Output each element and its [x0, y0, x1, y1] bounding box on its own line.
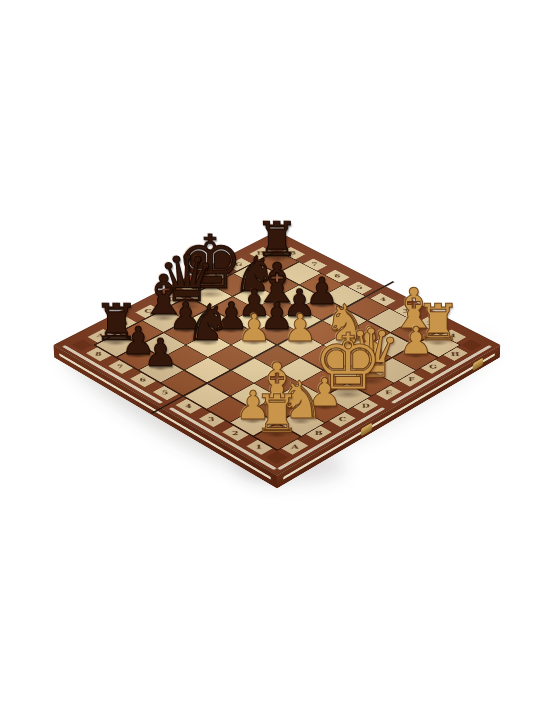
file-label-d: D — [348, 396, 382, 416]
square-d3 — [278, 358, 322, 382]
square-b4 — [208, 371, 252, 396]
file-labels-near: ABCDEFGH — [277, 345, 472, 457]
file-label-a: A — [277, 437, 312, 457]
square-b1 — [278, 410, 323, 436]
brass-clasp — [473, 358, 483, 371]
square-c3 — [255, 371, 299, 396]
square-c2 — [278, 384, 323, 409]
product-photo: ABCDEFGH ABCDEFGH 12345678 12345678 — [0, 0, 540, 720]
square-e1 — [348, 371, 392, 396]
square-a7 — [117, 346, 161, 370]
border-corner — [266, 451, 289, 464]
square-e2 — [324, 358, 368, 382]
square-g1 — [393, 346, 437, 370]
chess-board: ABCDEFGH ABCDEFGH 12345678 12345678 — [54, 231, 501, 475]
square-a2 — [230, 410, 275, 436]
square-a5 — [161, 371, 205, 396]
square-c4 — [232, 358, 276, 382]
square-c1 — [302, 397, 347, 422]
square-b2 — [254, 397, 299, 422]
square-b6 — [163, 346, 207, 370]
brass-clasp — [361, 423, 372, 437]
board-inner: ABCDEFGH ABCDEFGH 12345678 12345678 — [72, 240, 482, 464]
square-a3 — [207, 397, 252, 422]
square-b5 — [185, 358, 229, 382]
square-d2 — [301, 371, 345, 396]
square-a6 — [139, 358, 183, 382]
square-d1 — [325, 384, 370, 409]
scene: ABCDEFGH ABCDEFGH 12345678 12345678 — [0, 0, 540, 720]
square-a1 — [254, 423, 300, 449]
square-f1 — [371, 358, 415, 382]
square-f2 — [347, 346, 391, 370]
square-e3 — [301, 346, 345, 370]
square-a4 — [184, 384, 229, 409]
square-c5 — [209, 346, 253, 370]
square-b3 — [231, 384, 276, 409]
square-d4 — [255, 346, 299, 370]
playing-area — [93, 250, 461, 451]
